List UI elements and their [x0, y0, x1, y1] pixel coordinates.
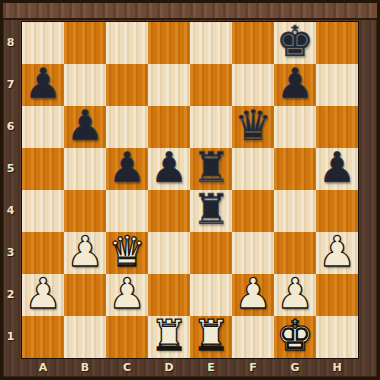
square-g6[interactable] — [274, 106, 316, 148]
piece-black-pawn-b6[interactable]: ♟ — [66, 105, 104, 147]
square-g2[interactable]: ♟ — [274, 274, 316, 316]
square-c7[interactable] — [106, 64, 148, 106]
file-label-A: A — [22, 358, 64, 380]
piece-white-king-g1[interactable]: ♚ — [276, 315, 314, 357]
piece-black-queen-f6[interactable]: ♛ — [234, 105, 272, 147]
square-d1[interactable]: ♜ — [148, 316, 190, 358]
piece-black-pawn-g7[interactable]: ♟ — [276, 63, 314, 105]
rank-label-4: 4 — [0, 190, 21, 232]
square-d7[interactable] — [148, 64, 190, 106]
rank-label-8: 8 — [0, 22, 21, 64]
rank-label-7: 7 — [0, 64, 21, 106]
rank-label-2: 2 — [0, 274, 21, 316]
piece-white-pawn-f2[interactable]: ♟ — [234, 273, 272, 315]
file-label-B: B — [64, 358, 106, 380]
square-d4[interactable] — [148, 190, 190, 232]
square-d3[interactable] — [148, 232, 190, 274]
square-d5[interactable]: ♟ — [148, 148, 190, 190]
square-c1[interactable] — [106, 316, 148, 358]
piece-black-pawn-a7[interactable]: ♟ — [24, 63, 62, 105]
square-a3[interactable] — [22, 232, 64, 274]
square-f6[interactable]: ♛ — [232, 106, 274, 148]
square-c4[interactable] — [106, 190, 148, 232]
square-f7[interactable] — [232, 64, 274, 106]
square-f5[interactable] — [232, 148, 274, 190]
piece-white-pawn-c2[interactable]: ♟ — [108, 273, 146, 315]
rank-label-1: 1 — [0, 316, 21, 358]
square-d2[interactable] — [148, 274, 190, 316]
square-e5[interactable]: ♜ — [190, 148, 232, 190]
square-h7[interactable] — [316, 64, 358, 106]
square-h6[interactable] — [316, 106, 358, 148]
rank-label-3: 3 — [0, 232, 21, 274]
file-label-E: E — [190, 358, 232, 380]
file-label-D: D — [148, 358, 190, 380]
piece-white-pawn-a2[interactable]: ♟ — [24, 273, 62, 315]
file-label-C: C — [106, 358, 148, 380]
square-h4[interactable] — [316, 190, 358, 232]
square-f8[interactable] — [232, 22, 274, 64]
square-b4[interactable] — [64, 190, 106, 232]
square-h8[interactable] — [316, 22, 358, 64]
rank-label-6: 6 — [0, 106, 21, 148]
square-f1[interactable] — [232, 316, 274, 358]
square-a7[interactable]: ♟ — [22, 64, 64, 106]
square-b1[interactable] — [64, 316, 106, 358]
square-e2[interactable] — [190, 274, 232, 316]
rank-label-5: 5 — [0, 148, 21, 190]
square-c2[interactable]: ♟ — [106, 274, 148, 316]
square-a8[interactable] — [22, 22, 64, 64]
square-b5[interactable] — [64, 148, 106, 190]
square-e4[interactable]: ♜ — [190, 190, 232, 232]
square-c8[interactable] — [106, 22, 148, 64]
piece-black-king-g8[interactable]: ♚ — [276, 21, 314, 63]
square-e3[interactable] — [190, 232, 232, 274]
square-a2[interactable]: ♟ — [22, 274, 64, 316]
square-d6[interactable] — [148, 106, 190, 148]
square-a4[interactable] — [22, 190, 64, 232]
square-b8[interactable] — [64, 22, 106, 64]
frame-top-rail — [3, 3, 377, 20]
square-a1[interactable] — [22, 316, 64, 358]
square-g4[interactable] — [274, 190, 316, 232]
square-f3[interactable] — [232, 232, 274, 274]
square-h5[interactable]: ♟ — [316, 148, 358, 190]
chess-board-window: ♚♟♟♟♛♟♟♜♟♜♟♛♟♟♟♟♟♜♜♚ 87654321 ABCDEFGH — [0, 0, 380, 380]
square-g5[interactable] — [274, 148, 316, 190]
square-h3[interactable]: ♟ — [316, 232, 358, 274]
square-e6[interactable] — [190, 106, 232, 148]
square-e8[interactable] — [190, 22, 232, 64]
piece-black-pawn-d5[interactable]: ♟ — [150, 147, 188, 189]
square-g8[interactable]: ♚ — [274, 22, 316, 64]
piece-black-pawn-h5[interactable]: ♟ — [318, 147, 356, 189]
square-b3[interactable]: ♟ — [64, 232, 106, 274]
square-b2[interactable] — [64, 274, 106, 316]
piece-white-rook-e1[interactable]: ♜ — [192, 315, 230, 357]
file-label-H: H — [316, 358, 358, 380]
square-b7[interactable] — [64, 64, 106, 106]
square-h2[interactable] — [316, 274, 358, 316]
file-label-F: F — [232, 358, 274, 380]
piece-black-rook-e5[interactable]: ♜ — [192, 147, 230, 189]
square-b6[interactable]: ♟ — [64, 106, 106, 148]
square-g1[interactable]: ♚ — [274, 316, 316, 358]
file-label-G: G — [274, 358, 316, 380]
piece-white-queen-c3[interactable]: ♛ — [108, 231, 146, 273]
square-g3[interactable] — [274, 232, 316, 274]
piece-white-pawn-b3[interactable]: ♟ — [66, 231, 104, 273]
piece-black-pawn-c5[interactable]: ♟ — [108, 147, 146, 189]
square-c5[interactable]: ♟ — [106, 148, 148, 190]
square-f2[interactable]: ♟ — [232, 274, 274, 316]
piece-white-rook-d1[interactable]: ♜ — [150, 315, 188, 357]
square-f4[interactable] — [232, 190, 274, 232]
square-c3[interactable]: ♛ — [106, 232, 148, 274]
square-d8[interactable] — [148, 22, 190, 64]
chess-board[interactable]: ♚♟♟♟♛♟♟♜♟♜♟♛♟♟♟♟♟♜♜♚ — [21, 21, 359, 359]
piece-white-pawn-h3[interactable]: ♟ — [318, 231, 356, 273]
square-h1[interactable] — [316, 316, 358, 358]
square-g7[interactable]: ♟ — [274, 64, 316, 106]
square-a6[interactable] — [22, 106, 64, 148]
piece-white-pawn-g2[interactable]: ♟ — [276, 273, 314, 315]
square-a5[interactable] — [22, 148, 64, 190]
square-e1[interactable]: ♜ — [190, 316, 232, 358]
piece-black-rook-e4[interactable]: ♜ — [192, 189, 230, 231]
square-c6[interactable] — [106, 106, 148, 148]
square-e7[interactable] — [190, 64, 232, 106]
